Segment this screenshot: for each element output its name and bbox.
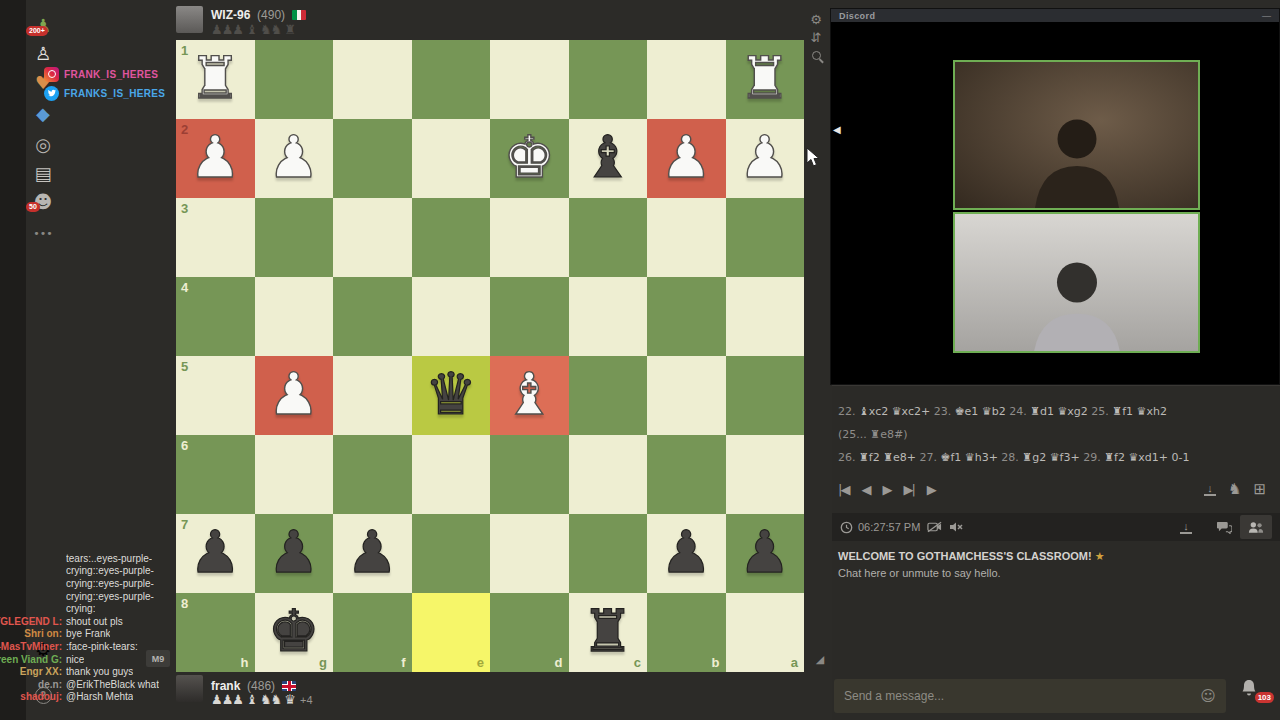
file-label-a: a xyxy=(791,655,798,670)
webcam-feed-guest[interactable] xyxy=(953,212,1200,353)
white-pawn[interactable]: ♟ xyxy=(268,365,320,423)
square-d4[interactable] xyxy=(490,277,569,356)
rank-label-8: 8 xyxy=(181,596,188,611)
square-b6[interactable] xyxy=(647,435,726,514)
analysis-tools: ↓ ♞ ⊞ xyxy=(1204,480,1266,498)
chat-username-text: Green Viand G: xyxy=(0,654,62,665)
top-player-name-row[interactable]: WIZ-96 (490) xyxy=(211,8,306,22)
top-player-name: WIZ-96 xyxy=(211,8,250,22)
board-resize-handle[interactable]: ◢ xyxy=(810,650,830,668)
person-silhouette xyxy=(1002,251,1152,351)
chat-message-text: tears:..eyes-purple- xyxy=(66,553,152,564)
sidebar-item-learn-icon[interactable]: ◆ xyxy=(28,100,58,126)
move-token[interactable]: ♜d1 xyxy=(1030,405,1057,418)
file-label-h: h xyxy=(241,655,249,670)
square-a8[interactable]: a xyxy=(726,593,805,672)
chat-message: Shri on:bye Frank xyxy=(0,628,176,641)
chat-username[interactable]: TGLEGEND L: xyxy=(0,616,62,627)
avatar-bottom-player[interactable] xyxy=(176,675,203,702)
file-label-f: f xyxy=(401,655,405,670)
square-f2[interactable] xyxy=(333,119,412,198)
file-label-e: e xyxy=(477,655,484,670)
right-panel: 22. ♝xc2 ♛xc2+ 23. ♚e1 ♛b2 24. ♜d1 ♛xg2 … xyxy=(832,385,1280,720)
move-token[interactable]: ♜g2 xyxy=(1022,451,1049,464)
chat-message-text: crying::eyes-purple- xyxy=(66,565,154,576)
clock-icon xyxy=(840,521,853,534)
emoji-smiley-icon[interactable]: ☺ xyxy=(1200,687,1216,705)
stream-time: 06:27:57 PM xyxy=(858,521,920,533)
white-king[interactable]: ♚ xyxy=(503,128,555,186)
move-token[interactable]: ♛xc2+ xyxy=(892,405,934,418)
move-token[interactable]: ♚e1 xyxy=(955,405,982,418)
square-e6[interactable] xyxy=(412,435,491,514)
playback-controls: |◀ ◀ ▶ ▶| ▶ xyxy=(838,482,935,497)
square-b3[interactable] xyxy=(647,198,726,277)
move-list-row-1[interactable]: 22. ♝xc2 ♛xc2+ 23. ♚e1 ♛b2 24. ♜d1 ♛xg2 … xyxy=(838,400,1274,423)
square-c4[interactable] xyxy=(569,277,648,356)
square-a3[interactable] xyxy=(726,198,805,277)
square-b8[interactable]: b xyxy=(647,593,726,672)
minimize-button[interactable]: — xyxy=(1262,11,1271,21)
discord-title: Discord xyxy=(839,11,875,21)
square-f5[interactable] xyxy=(333,356,412,435)
square-d2[interactable]: ♚ xyxy=(490,119,569,198)
rank-label-2: 2 xyxy=(181,122,188,137)
chat-username-text: de.n: xyxy=(38,679,62,690)
rank-label-3: 3 xyxy=(181,201,188,216)
chat-message-text: shout out pls xyxy=(66,616,123,627)
twitter-handle: FRANKS_IS_HERES xyxy=(64,88,165,99)
move-list-row-3[interactable]: 26. ♜f2 ♜e8+ 27. ♚f1 ♛h3+ 28. ♜g2 ♛f3+ 2… xyxy=(838,446,1274,469)
collapse-arrow-icon[interactable]: ◀ xyxy=(833,124,841,135)
rank-label-4: 4 xyxy=(181,280,188,295)
move-list-row-2[interactable]: (25... ♜e8#) xyxy=(838,423,1274,446)
black-pawn[interactable]: ♟ xyxy=(660,523,712,581)
move-token[interactable]: ♜e8+ xyxy=(883,451,919,464)
sidebar-item-more[interactable]: ••• xyxy=(28,220,58,246)
square-e4[interactable] xyxy=(412,277,491,356)
jump-end-button[interactable]: ▶| xyxy=(903,482,913,497)
twitter-handle-row[interactable]: FRANKS_IS_HERES xyxy=(44,85,165,101)
sidebar-item-watch-icon[interactable]: ◎ xyxy=(28,131,58,157)
square-c7[interactable] xyxy=(569,514,648,593)
chat-username-text: Shri on: xyxy=(24,628,62,639)
sidebar-item-news-icon[interactable]: ▤ xyxy=(28,160,58,186)
white-pawn[interactable]: ♟ xyxy=(189,128,241,186)
chat-bubbles-icon xyxy=(1217,521,1232,534)
material-advantage: +4 xyxy=(300,694,313,706)
square-b1[interactable] xyxy=(647,40,726,119)
step-back-button[interactable]: ◀ xyxy=(861,482,869,497)
square-b5[interactable] xyxy=(647,356,726,435)
chat-message-text: crying::eyes-purple- xyxy=(66,578,154,589)
chess-board[interactable]: ♜1♜♟2♟♚♝♟♟345♟♛♝6♟7♟♟♟♟8h♚gfed♜cba xyxy=(176,40,804,672)
square-f1[interactable] xyxy=(333,40,412,119)
instagram-handle-row[interactable]: FRANK_IS_HERES xyxy=(44,66,158,82)
move-token[interactable]: 26. xyxy=(838,451,859,464)
person-silhouette xyxy=(1002,103,1152,208)
square-a2[interactable]: ♟ xyxy=(726,119,805,198)
chat-message: de.n:@ErikTheBlack what xyxy=(0,678,176,691)
chat-tab-button[interactable] xyxy=(1208,515,1240,539)
magnifier-icon xyxy=(812,51,821,60)
square-d7[interactable] xyxy=(490,514,569,593)
rank-label-5: 5 xyxy=(181,359,188,374)
square-a1[interactable]: ♜ xyxy=(726,40,805,119)
send-message-input[interactable] xyxy=(844,689,1200,703)
move-token[interactable]: ♜e8#) xyxy=(870,428,907,441)
instagram-icon xyxy=(44,67,59,82)
square-e2[interactable] xyxy=(412,119,491,198)
file-label-g: g xyxy=(319,655,327,670)
square-a6[interactable] xyxy=(726,435,805,514)
square-d3[interactable] xyxy=(490,198,569,277)
black-pawn[interactable]: ♟ xyxy=(189,523,241,581)
white-pawn[interactable]: ♟ xyxy=(268,128,320,186)
discord-titlebar[interactable]: Discord — xyxy=(831,9,1279,22)
screen: ♟200+♙♥◆◎▤☻50••• ⚙ ? FRANK_IS_HERES FRAN… xyxy=(0,0,1280,720)
webcam-feed-host[interactable] xyxy=(953,60,1200,210)
zoom-board-icon[interactable] xyxy=(806,46,826,64)
move-token[interactable]: 25. xyxy=(1091,405,1112,418)
top-player-captured-pieces: ♟♟♟ ♝ ♞♞ ♜ xyxy=(211,22,295,37)
move-token[interactable]: 0-1 xyxy=(1171,451,1189,464)
board-settings-gear-icon[interactable]: ⚙ xyxy=(806,10,826,28)
square-e5[interactable]: ♛ xyxy=(412,356,491,435)
square-f7[interactable]: ♟ xyxy=(333,514,412,593)
move-token[interactable]: 23. xyxy=(934,405,955,418)
square-g2[interactable]: ♟ xyxy=(255,119,334,198)
move-token[interactable]: ♛f3+ xyxy=(1050,451,1083,464)
square-h5[interactable]: 5 xyxy=(176,356,255,435)
square-b7[interactable]: ♟ xyxy=(647,514,726,593)
black-pawn[interactable]: ♟ xyxy=(739,523,791,581)
move-token[interactable]: ♜f2 xyxy=(1104,451,1128,464)
people-icon xyxy=(1248,521,1264,534)
square-e1[interactable] xyxy=(412,40,491,119)
square-b4[interactable] xyxy=(647,277,726,356)
sidebar-item-puzzles-icon[interactable]: ♙ xyxy=(28,40,58,66)
discord-screenshare-area: ◀ xyxy=(831,22,1279,384)
move-token[interactable]: ♜f2 xyxy=(859,451,883,464)
room-label: M9 xyxy=(146,650,170,667)
chat-message-text: @ErikTheBlack what xyxy=(66,679,159,690)
chat-username-text: Engr XX: xyxy=(20,666,62,677)
black-queen[interactable]: ♛ xyxy=(425,365,477,423)
download-chat-icon[interactable]: ↓ xyxy=(1180,521,1192,534)
chat-message-text: bye Frank xyxy=(66,628,110,639)
square-g4[interactable] xyxy=(255,277,334,356)
square-c8[interactable]: ♜c xyxy=(569,593,648,672)
white-bishop[interactable]: ♝ xyxy=(503,365,555,423)
welcome-subtitle: Chat here or unmute to say hello. xyxy=(838,567,1001,579)
black-rook[interactable]: ♜ xyxy=(582,602,634,660)
download-icon[interactable]: ↓ xyxy=(1204,483,1216,496)
square-c2[interactable]: ♝ xyxy=(569,119,648,198)
camera-off-icon[interactable] xyxy=(927,521,942,533)
chat-username[interactable]: Engr XX: xyxy=(0,666,62,677)
square-a7[interactable]: ♟ xyxy=(726,514,805,593)
square-h7[interactable]: ♟7 xyxy=(176,514,255,593)
mute-speaker-icon[interactable] xyxy=(949,521,963,533)
notification-badge: 103 xyxy=(1255,692,1274,703)
square-h2[interactable]: ♟2 xyxy=(176,119,255,198)
black-king[interactable]: ♚ xyxy=(268,602,320,660)
square-c6[interactable] xyxy=(569,435,648,514)
chat-message: crying: xyxy=(0,602,176,615)
move-token[interactable]: 24. xyxy=(1009,405,1030,418)
step-forward-button[interactable]: ▶ xyxy=(882,482,890,497)
move-token[interactable]: ♛h3+ xyxy=(965,451,1002,464)
white-rook[interactable]: ♜ xyxy=(739,49,791,107)
move-list[interactable]: 22. ♝xc2 ♛xc2+ 23. ♚e1 ♛b2 24. ♜d1 ♛xg2 … xyxy=(838,400,1274,469)
white-pawn[interactable]: ♟ xyxy=(739,128,791,186)
square-h3[interactable]: 3 xyxy=(176,198,255,277)
chat-message: crying::eyes-purple- xyxy=(0,590,176,603)
square-f4[interactable] xyxy=(333,277,412,356)
bottom-player-captured-pieces: ♟♟♟ ♝ ♞♞ ♛+4 xyxy=(211,692,313,707)
file-label-b: b xyxy=(712,655,720,670)
square-d5[interactable]: ♝ xyxy=(490,356,569,435)
move-token[interactable]: ♚f1 xyxy=(941,451,965,464)
jump-start-button[interactable]: |◀ xyxy=(838,482,848,497)
square-h8[interactable]: 8h xyxy=(176,593,255,672)
square-d8[interactable]: d xyxy=(490,593,569,672)
stream-status-bar: 06:27:57 PM ↓ xyxy=(832,513,1280,541)
white-rook[interactable]: ♜ xyxy=(189,49,241,107)
square-g8[interactable]: ♚g xyxy=(255,593,334,672)
square-c3[interactable] xyxy=(569,198,648,277)
party-popper-icon: ★ xyxy=(1095,550,1105,563)
square-f8[interactable]: f xyxy=(333,593,412,672)
sidebar-badge-social: 50 xyxy=(26,202,40,212)
square-d6[interactable] xyxy=(490,435,569,514)
sidebar-badge-play: 200+ xyxy=(26,26,48,36)
instagram-handle: FRANK_IS_HERES xyxy=(64,69,158,80)
square-h6[interactable]: 6 xyxy=(176,435,255,514)
square-b2[interactable]: ♟ xyxy=(647,119,726,198)
rank-label-6: 6 xyxy=(181,438,188,453)
chat-message: crying::eyes-purple- xyxy=(0,565,176,578)
square-h1[interactable]: ♜1 xyxy=(176,40,255,119)
move-token[interactable]: ♜f1 xyxy=(1112,405,1136,418)
square-g5[interactable]: ♟ xyxy=(255,356,334,435)
chat-username[interactable]: de.n: xyxy=(0,679,62,690)
square-g6[interactable] xyxy=(255,435,334,514)
bottom-player-name: frank xyxy=(211,679,240,693)
rank-label-1: 1 xyxy=(181,43,188,58)
move-token[interactable]: ♛xg2 xyxy=(1057,405,1091,418)
move-token[interactable]: 27. xyxy=(920,451,941,464)
file-label-d: d xyxy=(555,655,563,670)
practice-knight-icon[interactable]: ♞ xyxy=(1228,480,1241,498)
flip-board-icon[interactable]: ⇵ xyxy=(806,28,826,46)
square-f3[interactable] xyxy=(333,198,412,277)
square-g1[interactable] xyxy=(255,40,334,119)
move-token[interactable]: ♛xd1+ xyxy=(1128,451,1171,464)
square-f6[interactable] xyxy=(333,435,412,514)
mouse-cursor xyxy=(806,148,820,168)
chat-message-text: nice xyxy=(66,654,84,665)
chat-message-text: crying::eyes-purple- xyxy=(66,591,154,602)
square-d1[interactable] xyxy=(490,40,569,119)
square-e8[interactable]: e xyxy=(412,593,491,672)
move-token[interactable]: 22. xyxy=(838,405,859,418)
square-e3[interactable] xyxy=(412,198,491,277)
italy-flag-icon xyxy=(292,10,306,20)
move-token[interactable]: 28. xyxy=(1001,451,1022,464)
chat-message: Engr XX:thank you guys xyxy=(0,665,176,678)
chat-username-text: TGLEGEND L: xyxy=(0,616,62,627)
chat-message-text: @Harsh Mehta xyxy=(66,691,133,702)
message-input-box[interactable]: ☺ xyxy=(834,679,1226,713)
chat-username-text: ▸MasTvMiner: xyxy=(0,641,62,652)
square-c5[interactable] xyxy=(569,356,648,435)
avatar-top-player[interactable] xyxy=(176,6,203,33)
black-bishop[interactable]: ♝ xyxy=(582,128,634,186)
people-tab-button[interactable] xyxy=(1240,515,1272,539)
square-a4[interactable] xyxy=(726,277,805,356)
move-token[interactable]: ♛b2 xyxy=(982,405,1009,418)
discord-window: Discord — ◀ xyxy=(830,8,1280,385)
classroom-chat-overflow: tears:..eyes-purple-crying::eyes-purple-… xyxy=(0,552,176,703)
chat-message-text: crying: xyxy=(66,603,95,614)
rank-label-7: 7 xyxy=(181,517,188,532)
chat-message: shadouj:@Harsh Mehta xyxy=(0,691,176,704)
chat-message-text: :face-pink-tears: xyxy=(66,641,138,652)
black-pawn[interactable]: ♟ xyxy=(268,523,320,581)
square-h4[interactable]: 4 xyxy=(176,277,255,356)
black-pawn[interactable]: ♟ xyxy=(346,523,398,581)
autoplay-button[interactable]: ▶ xyxy=(927,482,935,497)
chat-username[interactable]: ▸MasTvMiner: xyxy=(0,641,62,652)
move-token[interactable]: ♝xc2 xyxy=(859,405,892,418)
square-c1[interactable] xyxy=(569,40,648,119)
uk-flag-icon xyxy=(282,681,296,691)
file-label-c: c xyxy=(634,655,641,670)
chat-message-text: thank you guys xyxy=(66,666,133,677)
white-pawn[interactable]: ♟ xyxy=(660,128,712,186)
chat-username[interactable]: Shri on: xyxy=(0,628,62,639)
notification-bell[interactable]: 103 xyxy=(1240,679,1266,705)
square-g7[interactable]: ♟ xyxy=(255,514,334,593)
twitter-icon xyxy=(44,86,59,101)
chat-username[interactable]: shadouj: xyxy=(0,691,62,702)
chat-message: tears:..eyes-purple- xyxy=(0,552,176,565)
square-g3[interactable] xyxy=(255,198,334,277)
move-token[interactable]: (25... xyxy=(838,428,870,441)
square-e7[interactable] xyxy=(412,514,491,593)
square-a5[interactable] xyxy=(726,356,805,435)
move-token[interactable]: 29. xyxy=(1083,451,1104,464)
chat-username-text: shadouj: xyxy=(20,691,62,702)
chat-username[interactable]: Green Viand G: xyxy=(0,654,62,665)
bottom-player-name-row[interactable]: frank (486) xyxy=(211,679,296,693)
welcome-message: WELCOME TO GOTHAMCHESS'S CLASSROOM! ★ xyxy=(838,550,1105,563)
move-token[interactable]: ♛xh2 xyxy=(1137,405,1167,418)
chat-message: crying::eyes-purple- xyxy=(0,577,176,590)
board-add-icon[interactable]: ⊞ xyxy=(1253,480,1266,498)
chat-message: TGLEGEND L:shout out pls xyxy=(0,615,176,628)
